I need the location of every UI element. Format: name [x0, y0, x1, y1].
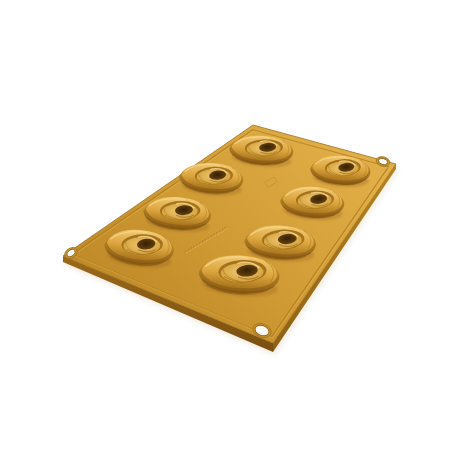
product-photo	[0, 0, 452, 452]
silicone-mold-illustration	[0, 0, 452, 452]
